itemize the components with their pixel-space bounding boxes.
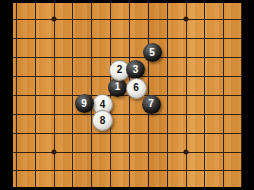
grid-line-horizontal-2 (13, 57, 242, 58)
letterbox-bar-top (0, 0, 254, 3)
stone-black-7: 7 (142, 95, 161, 114)
letterbox-bar-right (242, 0, 254, 190)
stone-number: 9 (81, 99, 87, 109)
stone-number: 7 (148, 99, 154, 109)
star-point-2 (51, 149, 56, 154)
stone-number: 8 (100, 116, 106, 126)
stone-number: 4 (100, 100, 106, 110)
stone-number: 3 (133, 65, 139, 75)
grid-line-horizontal-8 (13, 170, 242, 171)
star-point-3 (183, 149, 188, 154)
stone-black-5: 5 (143, 43, 162, 62)
stone-black-3: 3 (126, 60, 145, 79)
grid-line-horizontal-0 (13, 19, 242, 20)
letterbox-bar-left (0, 0, 13, 190)
stone-black-9: 9 (75, 94, 94, 113)
star-point-0 (51, 17, 56, 22)
stone-white-6: 6 (126, 78, 147, 99)
letterbox-bar-bottom (0, 187, 254, 190)
grid-line-horizontal-5 (13, 114, 242, 115)
grid-line-horizontal-1 (13, 38, 242, 39)
stone-white-8: 8 (92, 110, 113, 131)
go-board: 123456789 (13, 3, 242, 187)
grid-line-horizontal-6 (13, 133, 242, 134)
video-frame: 123456789 (0, 0, 254, 190)
star-point-1 (183, 17, 188, 22)
stone-number: 5 (149, 48, 155, 58)
stone-number: 2 (117, 65, 123, 75)
stone-number: 1 (115, 82, 121, 92)
stone-number: 6 (133, 83, 139, 93)
grid-line-horizontal-7 (13, 152, 242, 153)
